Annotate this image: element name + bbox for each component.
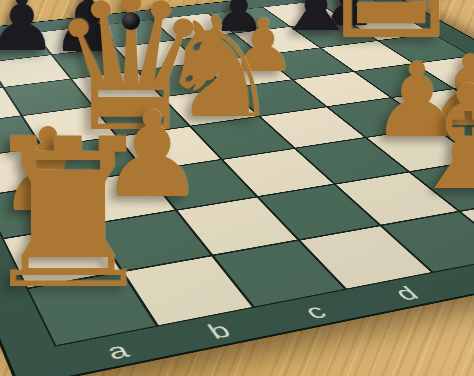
white-rook-a1[interactable]: ♜ — [0, 112, 160, 318]
white-bishop-f1[interactable]: ♝ — [403, 66, 474, 210]
file-label-c: c — [299, 300, 333, 324]
file-label-d: d — [389, 282, 426, 305]
queen-finial-ball — [122, 12, 140, 30]
file-label-a: a — [102, 338, 135, 365]
chess-photo-scene: abcdefgh ♜♟♟♛♞♟♟♝♟♚♟♟♝♟♟ — [0, 0, 474, 376]
file-label-b: b — [203, 318, 238, 344]
